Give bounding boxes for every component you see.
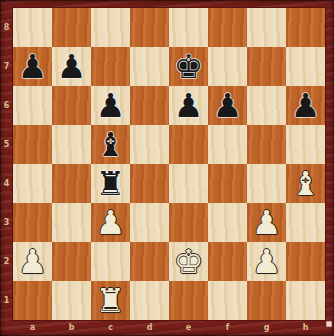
square-e3[interactable] (169, 203, 208, 242)
square-c6[interactable]: ♟ (91, 86, 130, 125)
white-to-move-indicator (326, 321, 332, 327)
black-pawn[interactable]: ♟ (291, 86, 321, 125)
square-b2[interactable] (52, 242, 91, 281)
square-e2[interactable]: ♚ (169, 242, 208, 281)
square-f5[interactable] (208, 125, 247, 164)
square-d6[interactable] (130, 86, 169, 125)
square-d1[interactable] (130, 281, 169, 320)
rank-label-2: 2 (0, 242, 13, 281)
square-c3[interactable]: ♟ (91, 203, 130, 242)
black-rook[interactable]: ♜ (96, 164, 126, 203)
white-pawn[interactable]: ♟ (18, 242, 48, 281)
square-g2[interactable]: ♟ (247, 242, 286, 281)
square-c1[interactable]: ♜ (91, 281, 130, 320)
board-grid: ♟♟♚♟♟♟♟♝♜♝♟♟♟♚♟♜ (13, 8, 325, 320)
rank-label-1: 1 (0, 281, 13, 320)
square-c2[interactable] (91, 242, 130, 281)
rank-label-5: 5 (0, 125, 13, 164)
square-c8[interactable] (91, 8, 130, 47)
square-h2[interactable] (286, 242, 325, 281)
square-e1[interactable] (169, 281, 208, 320)
rank-label-8: 8 (0, 8, 13, 47)
white-pawn[interactable]: ♟ (252, 203, 282, 242)
square-g1[interactable] (247, 281, 286, 320)
square-h7[interactable] (286, 47, 325, 86)
rank-label-4: 4 (0, 164, 13, 203)
white-bishop[interactable]: ♝ (291, 164, 321, 203)
square-h5[interactable] (286, 125, 325, 164)
square-a2[interactable]: ♟ (13, 242, 52, 281)
square-b4[interactable] (52, 164, 91, 203)
square-g4[interactable] (247, 164, 286, 203)
black-pawn[interactable]: ♟ (18, 47, 48, 86)
file-label-c: c (91, 321, 130, 335)
square-g3[interactable]: ♟ (247, 203, 286, 242)
square-a5[interactable] (13, 125, 52, 164)
file-label-f: f (208, 321, 247, 335)
square-e8[interactable] (169, 8, 208, 47)
square-f4[interactable] (208, 164, 247, 203)
file-label-b: b (52, 321, 91, 335)
file-label-h: h (286, 321, 325, 335)
square-e6[interactable]: ♟ (169, 86, 208, 125)
square-h3[interactable] (286, 203, 325, 242)
rank-label-6: 6 (0, 86, 13, 125)
white-pawn[interactable]: ♟ (252, 242, 282, 281)
white-king[interactable]: ♚ (174, 242, 204, 281)
rank-label-7: 7 (0, 47, 13, 86)
chess-board: ♟♟♚♟♟♟♟♝♜♝♟♟♟♚♟♜ 87654321 abcdefgh (0, 0, 334, 336)
square-g5[interactable] (247, 125, 286, 164)
square-h8[interactable] (286, 8, 325, 47)
square-h6[interactable]: ♟ (286, 86, 325, 125)
square-h4[interactable]: ♝ (286, 164, 325, 203)
square-d2[interactable] (130, 242, 169, 281)
square-d5[interactable] (130, 125, 169, 164)
black-pawn[interactable]: ♟ (213, 86, 243, 125)
square-h1[interactable] (286, 281, 325, 320)
rank-label-3: 3 (0, 203, 13, 242)
file-label-d: d (130, 321, 169, 335)
file-label-a: a (13, 321, 52, 335)
square-a8[interactable] (13, 8, 52, 47)
square-a1[interactable] (13, 281, 52, 320)
square-d3[interactable] (130, 203, 169, 242)
square-e4[interactable] (169, 164, 208, 203)
square-b6[interactable] (52, 86, 91, 125)
square-e5[interactable] (169, 125, 208, 164)
black-pawn[interactable]: ♟ (96, 86, 126, 125)
square-f6[interactable]: ♟ (208, 86, 247, 125)
black-pawn[interactable]: ♟ (174, 86, 204, 125)
square-c4[interactable]: ♜ (91, 164, 130, 203)
square-b3[interactable] (52, 203, 91, 242)
file-label-e: e (169, 321, 208, 335)
square-a7[interactable]: ♟ (13, 47, 52, 86)
square-d8[interactable] (130, 8, 169, 47)
square-g7[interactable] (247, 47, 286, 86)
black-king[interactable]: ♚ (174, 47, 204, 86)
white-pawn[interactable]: ♟ (96, 203, 126, 242)
square-a6[interactable] (13, 86, 52, 125)
square-c7[interactable] (91, 47, 130, 86)
square-b8[interactable] (52, 8, 91, 47)
black-bishop[interactable]: ♝ (96, 125, 126, 164)
square-a3[interactable] (13, 203, 52, 242)
white-rook[interactable]: ♜ (96, 281, 126, 320)
square-d4[interactable] (130, 164, 169, 203)
square-b5[interactable] (52, 125, 91, 164)
square-f2[interactable] (208, 242, 247, 281)
square-f7[interactable] (208, 47, 247, 86)
square-f3[interactable] (208, 203, 247, 242)
file-label-g: g (247, 321, 286, 335)
square-a4[interactable] (13, 164, 52, 203)
black-pawn[interactable]: ♟ (57, 47, 87, 86)
square-b1[interactable] (52, 281, 91, 320)
square-f1[interactable] (208, 281, 247, 320)
square-b7[interactable]: ♟ (52, 47, 91, 86)
square-d7[interactable] (130, 47, 169, 86)
square-f8[interactable] (208, 8, 247, 47)
square-g8[interactable] (247, 8, 286, 47)
square-g6[interactable] (247, 86, 286, 125)
square-e7[interactable]: ♚ (169, 47, 208, 86)
square-c5[interactable]: ♝ (91, 125, 130, 164)
